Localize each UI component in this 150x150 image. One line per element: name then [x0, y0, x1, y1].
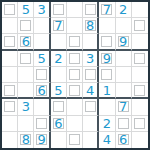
cell-r8c1[interactable] [2, 116, 18, 132]
marker-square [134, 118, 145, 129]
marker-square [4, 36, 15, 47]
cell-r9c7[interactable]: 4 [99, 132, 115, 148]
cell-r2c5[interactable] [67, 18, 83, 34]
cell-r1c7[interactable]: 7 [99, 2, 115, 18]
marker-square [118, 118, 129, 129]
given-digit: 5 [18, 2, 33, 17]
given-digit: 9 [116, 34, 131, 48]
cell-r5c1[interactable] [2, 67, 18, 83]
sudoku-board: 537278695239654137628946 [0, 0, 150, 150]
cell-r2c9[interactable] [132, 18, 148, 34]
given-digit: 8 [18, 132, 33, 148]
cell-r4c9[interactable] [132, 51, 148, 67]
cell-r5c9[interactable] [132, 67, 148, 83]
cell-r3c2[interactable]: 6 [18, 34, 34, 50]
cell-r8c5[interactable] [67, 116, 83, 132]
cell-r8c9[interactable] [132, 116, 148, 132]
marker-square [20, 20, 31, 31]
given-digit: 5 [51, 83, 66, 97]
cell-r1c1[interactable] [2, 2, 18, 18]
cell-r8c8[interactable] [116, 116, 132, 132]
cell-r3c1[interactable] [2, 34, 18, 50]
given-digit: 6 [18, 34, 33, 48]
cell-r4c8[interactable] [116, 51, 132, 67]
cell-r6c1[interactable] [2, 83, 18, 99]
cell-r2c1[interactable] [2, 18, 18, 34]
cell-r4c3[interactable]: 5 [34, 51, 50, 67]
cell-r4c7[interactable]: 9 [99, 51, 115, 67]
marker-square [53, 101, 64, 112]
given-digit: 6 [51, 116, 66, 131]
cell-r2c6[interactable]: 8 [83, 18, 99, 34]
cell-r6c7[interactable]: 1 [99, 83, 115, 99]
marker-square [36, 118, 47, 129]
given-digit: 7 [99, 2, 114, 17]
given-digit: 7 [116, 99, 131, 114]
cell-r6c4[interactable]: 5 [51, 83, 67, 99]
cell-r5c6[interactable] [83, 67, 99, 83]
given-digit: 3 [34, 2, 48, 17]
cell-r6c6[interactable]: 4 [83, 83, 99, 99]
given-digit: 6 [116, 132, 131, 148]
given-digit: 7 [51, 18, 66, 33]
cell-r3c9[interactable] [132, 34, 148, 50]
cell-r1c6[interactable] [83, 2, 99, 18]
cell-r5c2[interactable] [18, 67, 34, 83]
cell-r2c2[interactable] [18, 18, 34, 34]
marker-square [134, 20, 145, 31]
cell-r3c5[interactable] [67, 34, 83, 50]
cell-r6c3[interactable]: 6 [34, 83, 50, 99]
marker-square [69, 85, 80, 96]
marker-square [69, 36, 80, 47]
cell-r4c6[interactable]: 3 [83, 51, 99, 67]
cell-r2c7[interactable] [99, 18, 115, 34]
cell-r3c6[interactable] [83, 34, 99, 50]
cell-r5c5[interactable] [67, 67, 83, 83]
given-digit: 9 [99, 51, 114, 66]
cell-r6c2[interactable] [18, 83, 34, 99]
cell-r1c5[interactable] [67, 2, 83, 18]
marker-square [69, 53, 80, 64]
cell-r3c4[interactable] [51, 34, 67, 50]
marker-square [20, 53, 31, 64]
cell-r6c8[interactable] [116, 83, 132, 99]
cell-r3c7[interactable] [99, 34, 115, 50]
cell-r8c7[interactable]: 2 [99, 116, 115, 132]
given-digit: 1 [99, 83, 114, 97]
cell-r9c2[interactable]: 8 [18, 132, 34, 148]
marker-square [134, 85, 145, 96]
marker-square [69, 134, 80, 145]
cell-r5c7[interactable] [99, 67, 115, 83]
marker-square [69, 69, 80, 80]
cell-r3c8[interactable]: 9 [116, 34, 132, 50]
cell-r5c8[interactable] [116, 67, 132, 83]
marker-square [101, 36, 112, 47]
marker-square [85, 4, 96, 15]
cell-r6c9[interactable] [132, 83, 148, 99]
given-digit: 2 [99, 116, 114, 131]
cell-r7c4[interactable] [51, 99, 67, 115]
cell-r1c9[interactable] [132, 2, 148, 18]
marker-square [85, 69, 96, 80]
cell-r9c9[interactable] [132, 132, 148, 148]
cell-r4c5[interactable] [67, 51, 83, 67]
marker-square [53, 4, 64, 15]
given-digit: 2 [116, 2, 131, 17]
cell-r9c5[interactable] [67, 132, 83, 148]
cell-r1c8[interactable]: 2 [116, 2, 132, 18]
given-digit: 8 [83, 18, 97, 33]
cell-r4c2[interactable] [18, 51, 34, 67]
cell-r3c3[interactable] [34, 34, 50, 50]
cell-r8c3[interactable] [34, 116, 50, 132]
cell-r8c4[interactable]: 6 [51, 116, 67, 132]
cell-r4c1[interactable] [2, 51, 18, 67]
marker-square [134, 53, 145, 64]
cell-r4c4[interactable]: 2 [51, 51, 67, 67]
cell-r8c2[interactable] [18, 116, 34, 132]
marker-square [85, 101, 96, 112]
given-digit: 3 [18, 99, 33, 114]
cell-r2c3[interactable] [34, 18, 50, 34]
marker-square [4, 4, 15, 15]
cell-r5c3[interactable] [34, 67, 50, 83]
cell-r1c3[interactable]: 3 [34, 2, 50, 18]
cell-r7c7[interactable] [99, 99, 115, 115]
given-digit: 6 [34, 83, 48, 97]
cell-r8c6[interactable] [83, 116, 99, 132]
cell-r2c8[interactable] [116, 18, 132, 34]
given-digit: 3 [83, 51, 97, 66]
marker-square [4, 101, 15, 112]
cell-r9c6[interactable] [83, 132, 99, 148]
cell-r9c1[interactable] [2, 132, 18, 148]
cell-r7c6[interactable] [83, 99, 99, 115]
cell-r7c5[interactable] [67, 99, 83, 115]
cell-r7c2[interactable]: 3 [18, 99, 34, 115]
cell-r5c4[interactable] [51, 67, 67, 83]
given-digit: 9 [34, 132, 48, 148]
given-digit: 4 [83, 83, 97, 97]
cell-r7c1[interactable] [2, 99, 18, 115]
cell-r9c3[interactable]: 9 [34, 132, 50, 148]
given-digit: 5 [34, 51, 48, 66]
given-digit: 2 [51, 51, 66, 66]
cell-r7c8[interactable]: 7 [116, 99, 132, 115]
marker-square [4, 85, 15, 96]
cell-r9c8[interactable]: 6 [116, 132, 132, 148]
cell-r9c4[interactable] [51, 132, 67, 148]
cell-r7c9[interactable] [132, 99, 148, 115]
given-digit: 4 [99, 132, 114, 148]
marker-square [36, 69, 47, 80]
cell-r1c2[interactable]: 5 [18, 2, 34, 18]
cell-r7c3[interactable] [34, 99, 50, 115]
cell-r1c4[interactable] [51, 2, 67, 18]
cell-r2c4[interactable]: 7 [51, 18, 67, 34]
cell-r6c5[interactable] [67, 83, 83, 99]
marker-square [101, 69, 112, 80]
